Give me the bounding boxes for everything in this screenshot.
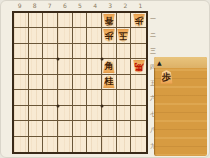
- square-7-6[interactable]: [43, 90, 58, 105]
- square-6-9[interactable]: [58, 137, 73, 152]
- sente-turn-marker-icon: ▲: [157, 60, 162, 66]
- piece-gote-2-2[interactable]: 玉: [117, 29, 129, 42]
- square-6-1[interactable]: [58, 13, 73, 28]
- file-label-6: 6: [57, 2, 72, 10]
- square-3-3[interactable]: [102, 44, 117, 59]
- square-6-3[interactable]: [58, 44, 73, 59]
- square-7-1[interactable]: [43, 13, 58, 28]
- square-9-4[interactable]: [14, 59, 29, 74]
- piece-gote-1-4[interactable]: 馬: [133, 60, 145, 73]
- square-5-4[interactable]: [73, 59, 88, 74]
- square-3-7[interactable]: [102, 106, 117, 121]
- square-8-3[interactable]: [29, 44, 44, 59]
- piece-gote-1-1[interactable]: 歩: [133, 14, 145, 27]
- hand-pieces-area: 歩: [154, 68, 207, 84]
- komadai-sente: ▲ 歩: [154, 57, 207, 156]
- shogi-board: 香歩歩玉角馬桂: [12, 11, 148, 154]
- square-7-3[interactable]: [43, 44, 58, 59]
- square-1-2[interactable]: [131, 28, 146, 43]
- piece-sente-3-4[interactable]: 角: [103, 60, 115, 73]
- square-6-5[interactable]: [58, 75, 73, 90]
- square-7-7[interactable]: [43, 106, 58, 121]
- square-8-8[interactable]: [29, 121, 44, 136]
- square-1-6[interactable]: [131, 90, 146, 105]
- file-label-2: 2: [118, 2, 133, 10]
- square-3-2[interactable]: 歩: [102, 28, 117, 43]
- square-1-7[interactable]: [131, 106, 146, 121]
- square-9-7[interactable]: [14, 106, 29, 121]
- square-9-9[interactable]: [14, 137, 29, 152]
- file-label-3: 3: [103, 2, 118, 10]
- square-1-5[interactable]: [131, 75, 146, 90]
- square-4-5[interactable]: [87, 75, 102, 90]
- hand-piece-歩[interactable]: 歩: [160, 70, 173, 84]
- square-6-8[interactable]: [58, 121, 73, 136]
- square-4-2[interactable]: [87, 28, 102, 43]
- square-9-5[interactable]: [14, 75, 29, 90]
- square-1-1[interactable]: 歩: [131, 13, 146, 28]
- square-8-5[interactable]: [29, 75, 44, 90]
- piece-sente-3-5[interactable]: 桂: [103, 75, 115, 88]
- rank-label-1: 一: [149, 11, 157, 27]
- square-2-9[interactable]: [117, 137, 132, 152]
- square-2-1[interactable]: [117, 13, 132, 28]
- square-8-1[interactable]: [29, 13, 44, 28]
- square-8-6[interactable]: [29, 90, 44, 105]
- file-label-7: 7: [42, 2, 57, 10]
- file-label-1: 1: [133, 2, 148, 10]
- square-4-7[interactable]: [87, 106, 102, 121]
- square-8-4[interactable]: [29, 59, 44, 74]
- square-7-8[interactable]: [43, 121, 58, 136]
- shogi-app-window: 香歩歩玉角馬桂 987654321 一二三四五六七八九 ▲ 歩: [0, 0, 210, 158]
- square-8-7[interactable]: [29, 106, 44, 121]
- square-2-7[interactable]: [117, 106, 132, 121]
- piece-gote-3-2[interactable]: 歩: [103, 29, 115, 42]
- square-6-2[interactable]: [58, 28, 73, 43]
- file-label-5: 5: [72, 2, 87, 10]
- star-point: [56, 104, 59, 107]
- square-5-1[interactable]: [73, 13, 88, 28]
- square-3-8[interactable]: [102, 121, 117, 136]
- file-label-4: 4: [88, 2, 103, 10]
- square-2-4[interactable]: [117, 59, 132, 74]
- square-7-5[interactable]: [43, 75, 58, 90]
- square-5-9[interactable]: [73, 137, 88, 152]
- square-6-4[interactable]: [58, 59, 73, 74]
- square-5-5[interactable]: [73, 75, 88, 90]
- square-4-4[interactable]: [87, 59, 102, 74]
- square-7-9[interactable]: [43, 137, 58, 152]
- square-6-6[interactable]: [58, 90, 73, 105]
- square-5-2[interactable]: [73, 28, 88, 43]
- square-4-9[interactable]: [87, 137, 102, 152]
- square-4-1[interactable]: [87, 13, 102, 28]
- square-1-3[interactable]: [131, 44, 146, 59]
- square-2-3[interactable]: [117, 44, 132, 59]
- square-5-8[interactable]: [73, 121, 88, 136]
- star-point: [100, 104, 103, 107]
- square-2-8[interactable]: [117, 121, 132, 136]
- square-1-4[interactable]: 馬: [131, 59, 146, 74]
- square-1-8[interactable]: [131, 121, 146, 136]
- star-point: [100, 58, 103, 61]
- square-8-2[interactable]: [29, 28, 44, 43]
- square-2-6[interactable]: [117, 90, 132, 105]
- square-2-5[interactable]: [117, 75, 132, 90]
- rank-label-2: 二: [149, 27, 157, 43]
- square-9-2[interactable]: [14, 28, 29, 43]
- piece-gote-3-1[interactable]: 香: [103, 14, 115, 27]
- file-label-9: 9: [12, 2, 27, 10]
- square-4-3[interactable]: [87, 44, 102, 59]
- square-7-2[interactable]: [43, 28, 58, 43]
- square-5-6[interactable]: [73, 90, 88, 105]
- square-8-9[interactable]: [29, 137, 44, 152]
- square-9-6[interactable]: [14, 90, 29, 105]
- square-9-8[interactable]: [14, 121, 29, 136]
- square-4-6[interactable]: [87, 90, 102, 105]
- square-6-7[interactable]: [58, 106, 73, 121]
- square-2-2[interactable]: 玉: [117, 28, 132, 43]
- square-4-8[interactable]: [87, 121, 102, 136]
- square-3-9[interactable]: [102, 137, 117, 152]
- square-5-3[interactable]: [73, 44, 88, 59]
- file-label-8: 8: [27, 2, 42, 10]
- square-7-4[interactable]: [43, 59, 58, 74]
- square-3-5[interactable]: 桂: [102, 75, 117, 90]
- square-3-1[interactable]: 香: [102, 13, 117, 28]
- star-point: [56, 58, 59, 61]
- square-9-3[interactable]: [14, 44, 29, 59]
- square-3-4[interactable]: 角: [102, 59, 117, 74]
- square-5-7[interactable]: [73, 106, 88, 121]
- square-1-9[interactable]: [131, 137, 146, 152]
- square-9-1[interactable]: [14, 13, 29, 28]
- komadai-header: ▲: [154, 57, 207, 68]
- square-3-6[interactable]: [102, 90, 117, 105]
